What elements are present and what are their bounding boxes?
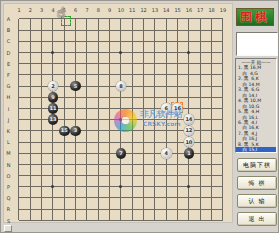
board-intersection-13F[interactable] xyxy=(149,69,160,80)
board-intersection-11G[interactable] xyxy=(127,81,138,92)
board-intersection-3R[interactable] xyxy=(36,204,47,215)
board-intersection-7Q[interactable] xyxy=(81,192,92,203)
board-intersection-8B[interactable] xyxy=(93,25,104,36)
board-intersection-1O[interactable] xyxy=(13,170,24,181)
board-intersection-9H[interactable] xyxy=(104,92,115,103)
board-intersection-13R[interactable] xyxy=(149,204,160,215)
board-intersection-17K[interactable] xyxy=(195,125,206,136)
board-intersection-16Q[interactable] xyxy=(183,192,194,203)
board-intersection-13E[interactable] xyxy=(149,58,160,69)
board-intersection-1R[interactable] xyxy=(13,204,24,215)
board-intersection-18P[interactable] xyxy=(206,181,217,192)
board-intersection-1N[interactable] xyxy=(13,159,24,170)
board-intersection-18L[interactable] xyxy=(206,136,217,147)
board-intersection-9F[interactable] xyxy=(104,69,115,80)
board-intersection-15C[interactable] xyxy=(172,36,183,47)
board-intersection-7R[interactable] xyxy=(81,204,92,215)
board-intersection-15L[interactable] xyxy=(172,136,183,147)
board-intersection-1I[interactable] xyxy=(13,103,24,114)
board-intersection-5M[interactable] xyxy=(59,148,70,159)
board-intersection-6N[interactable] xyxy=(70,159,81,170)
board-intersection-18G[interactable] xyxy=(206,81,217,92)
board-intersection-11D[interactable] xyxy=(127,47,138,58)
board-intersection-4D[interactable] xyxy=(47,47,58,58)
board-intersection-18M[interactable] xyxy=(206,148,217,159)
board-intersection-9M[interactable] xyxy=(104,148,115,159)
board-intersection-2F[interactable] xyxy=(25,69,36,80)
board-intersection-6E[interactable] xyxy=(70,58,81,69)
board-intersection-10N[interactable] xyxy=(115,159,126,170)
board-intersection-1F[interactable] xyxy=(13,69,24,80)
board-intersection-2C[interactable] xyxy=(25,36,36,47)
board-intersection-14A[interactable] xyxy=(161,13,172,24)
board-intersection-11C[interactable] xyxy=(127,36,138,47)
board-intersection-9E[interactable] xyxy=(104,58,115,69)
board-intersection-5N[interactable] xyxy=(59,159,70,170)
board-intersection-10G[interactable]: 8 xyxy=(115,81,126,92)
board-intersection-6H[interactable] xyxy=(70,92,81,103)
board-intersection-16K[interactable]: 12 xyxy=(183,125,194,136)
board-intersection-19N[interactable] xyxy=(217,159,228,170)
board-intersection-12H[interactable] xyxy=(138,92,149,103)
board-intersection-7G[interactable] xyxy=(81,81,92,92)
board-intersection-12G[interactable] xyxy=(138,81,149,92)
board-intersection-2I[interactable] xyxy=(25,103,36,114)
board-intersection-8A[interactable] xyxy=(93,13,104,24)
board-intersection-16L[interactable]: 10 xyxy=(183,136,194,147)
board-intersection-10Q[interactable] xyxy=(115,192,126,203)
board-intersection-14R[interactable] xyxy=(161,204,172,215)
board-intersection-10E[interactable] xyxy=(115,58,126,69)
board-intersection-6M[interactable] xyxy=(70,148,81,159)
board-intersection-12P[interactable] xyxy=(138,181,149,192)
board-intersection-8R[interactable] xyxy=(93,204,104,215)
board-intersection-12Q[interactable] xyxy=(138,192,149,203)
board-intersection-14L[interactable] xyxy=(161,136,172,147)
board-intersection-4H[interactable]: 9 xyxy=(47,92,58,103)
board-intersection-18D[interactable] xyxy=(206,47,217,58)
board-intersection-7D[interactable] xyxy=(81,47,92,58)
board-intersection-3G[interactable] xyxy=(36,81,47,92)
board-intersection-3O[interactable] xyxy=(36,170,47,181)
board-intersection-2R[interactable] xyxy=(25,204,36,215)
board-intersection-12C[interactable] xyxy=(138,36,149,47)
board-intersection-17C[interactable] xyxy=(195,36,206,47)
board-intersection-15M[interactable] xyxy=(172,148,183,159)
board-intersection-14M[interactable]: 4 xyxy=(161,148,172,159)
board-intersection-7I[interactable] xyxy=(81,103,92,114)
board-intersection-6K[interactable]: 3 xyxy=(70,125,81,136)
board-intersection-1E[interactable] xyxy=(13,58,24,69)
board-intersection-6L[interactable] xyxy=(70,136,81,147)
board-intersection-11B[interactable] xyxy=(127,25,138,36)
board-intersection-13Q[interactable] xyxy=(149,192,160,203)
board-intersection-5C[interactable] xyxy=(59,36,70,47)
board-intersection-9Q[interactable] xyxy=(104,192,115,203)
board-intersection-11M[interactable] xyxy=(127,148,138,159)
board-intersection-4K[interactable] xyxy=(47,125,58,136)
board-intersection-7E[interactable] xyxy=(81,58,92,69)
board-intersection-3N[interactable] xyxy=(36,159,47,170)
board-intersection-2G[interactable] xyxy=(25,81,36,92)
board-intersection-19I[interactable] xyxy=(217,103,228,114)
board-intersection-18B[interactable] xyxy=(206,25,217,36)
board-intersection-18H[interactable] xyxy=(206,92,217,103)
board-intersection-10O[interactable] xyxy=(115,170,126,181)
move-list[interactable]: ——开 始——1. 黑 16,M 白 4,G2. 黑 6,K 白 14,M3. … xyxy=(235,58,277,153)
board-intersection-13D[interactable] xyxy=(149,47,160,58)
board-intersection-6D[interactable] xyxy=(70,47,81,58)
board-intersection-19E[interactable] xyxy=(217,58,228,69)
board-intersection-12E[interactable] xyxy=(138,58,149,69)
board-intersection-12O[interactable] xyxy=(138,170,149,181)
board-intersection-19D[interactable] xyxy=(217,47,228,58)
board-intersection-13H[interactable] xyxy=(149,92,160,103)
board-intersection-2L[interactable] xyxy=(25,136,36,147)
board-intersection-11H[interactable] xyxy=(127,92,138,103)
board-intersection-12M[interactable] xyxy=(138,148,149,159)
board-intersection-18A[interactable] xyxy=(206,13,217,24)
board-intersection-8I[interactable] xyxy=(93,103,104,114)
board-intersection-9P[interactable] xyxy=(104,181,115,192)
board-intersection-17I[interactable] xyxy=(195,103,206,114)
board-intersection-11A[interactable] xyxy=(127,13,138,24)
board-intersection-10D[interactable] xyxy=(115,47,126,58)
board-intersection-13M[interactable] xyxy=(149,148,160,159)
board-intersection-12N[interactable] xyxy=(138,159,149,170)
board-intersection-11O[interactable] xyxy=(127,170,138,181)
board-intersection-8H[interactable] xyxy=(93,92,104,103)
board-intersection-6I[interactable] xyxy=(70,103,81,114)
board-intersection-10H[interactable] xyxy=(115,92,126,103)
board-intersection-19R[interactable] xyxy=(217,204,228,215)
board-intersection-15P[interactable] xyxy=(172,181,183,192)
board-intersection-9O[interactable] xyxy=(104,170,115,181)
board-intersection-17P[interactable] xyxy=(195,181,206,192)
board-intersection-2D[interactable] xyxy=(25,47,36,58)
board-intersection-16P[interactable] xyxy=(183,181,194,192)
board-intersection-7A[interactable] xyxy=(81,13,92,24)
board-intersection-15A[interactable] xyxy=(172,13,183,24)
board-intersection-2K[interactable] xyxy=(25,125,36,136)
board-intersection-15D[interactable] xyxy=(172,47,183,58)
board-intersection-7L[interactable] xyxy=(81,136,92,147)
board-intersection-5O[interactable] xyxy=(59,170,70,181)
board-intersection-5Q[interactable] xyxy=(59,192,70,203)
board-intersection-19H[interactable] xyxy=(217,92,228,103)
board-intersection-17H[interactable] xyxy=(195,92,206,103)
board-intersection-4C[interactable] xyxy=(47,36,58,47)
board-intersection-17J[interactable] xyxy=(195,114,206,125)
board-intersection-8D[interactable] xyxy=(93,47,104,58)
board-intersection-16A[interactable] xyxy=(183,13,194,24)
exit-button[interactable]: 退 出 xyxy=(237,212,277,226)
board-intersection-19P[interactable] xyxy=(217,181,228,192)
board-intersection-1P[interactable] xyxy=(13,181,24,192)
board-intersection-7N[interactable] xyxy=(81,159,92,170)
board-intersection-13B[interactable] xyxy=(149,25,160,36)
board-intersection-8O[interactable] xyxy=(93,170,104,181)
board-intersection-10C[interactable] xyxy=(115,36,126,47)
board-intersection-12F[interactable] xyxy=(138,69,149,80)
board-intersection-14D[interactable] xyxy=(161,47,172,58)
board-intersection-8L[interactable] xyxy=(93,136,104,147)
board-intersection-2O[interactable] xyxy=(25,170,36,181)
board-intersection-1C[interactable] xyxy=(13,36,24,47)
board-intersection-5K[interactable]: 15 xyxy=(59,125,70,136)
board-intersection-9D[interactable] xyxy=(104,47,115,58)
board-intersection-8Q[interactable] xyxy=(93,192,104,203)
board-intersection-10P[interactable] xyxy=(115,181,126,192)
board-intersection-3L[interactable] xyxy=(36,136,47,147)
board-intersection-14E[interactable] xyxy=(161,58,172,69)
board-intersection-18F[interactable] xyxy=(206,69,217,80)
board-intersection-14F[interactable] xyxy=(161,69,172,80)
board-intersection-12R[interactable] xyxy=(138,204,149,215)
board-intersection-16R[interactable] xyxy=(183,204,194,215)
board-intersection-1Q[interactable] xyxy=(13,192,24,203)
board-intersection-19A[interactable] xyxy=(217,13,228,24)
board-intersection-4P[interactable] xyxy=(47,181,58,192)
board-intersection-4J[interactable]: 13 xyxy=(47,114,58,125)
board-intersection-9C[interactable] xyxy=(104,36,115,47)
board-intersection-2E[interactable] xyxy=(25,58,36,69)
board-intersection-10B[interactable] xyxy=(115,25,126,36)
board-intersection-3H[interactable] xyxy=(36,92,47,103)
board-intersection-8J[interactable] xyxy=(93,114,104,125)
board-intersection-6Q[interactable] xyxy=(70,192,81,203)
board-intersection-16I[interactable] xyxy=(183,103,194,114)
board-intersection-8K[interactable] xyxy=(93,125,104,136)
move-list-item[interactable]: 白 15,I xyxy=(236,147,276,152)
board-intersection-18J[interactable] xyxy=(206,114,217,125)
board-intersection-18N[interactable] xyxy=(206,159,217,170)
board-intersection-6C[interactable] xyxy=(70,36,81,47)
board-intersection-16B[interactable] xyxy=(183,25,194,36)
board-intersection-13L[interactable] xyxy=(149,136,160,147)
board-intersection-1M[interactable] xyxy=(13,148,24,159)
board-intersection-18C[interactable] xyxy=(206,36,217,47)
board-intersection-6P[interactable] xyxy=(70,181,81,192)
board-intersection-19Q[interactable] xyxy=(217,192,228,203)
board-intersection-5R[interactable] xyxy=(59,204,70,215)
board-intersection-10A[interactable] xyxy=(115,13,126,24)
board-intersection-16H[interactable] xyxy=(183,92,194,103)
board-intersection-9N[interactable] xyxy=(104,159,115,170)
board-intersection-14G[interactable] xyxy=(161,81,172,92)
board-intersection-4F[interactable] xyxy=(47,69,58,80)
board-intersection-3M[interactable] xyxy=(36,148,47,159)
board-intersection-6G[interactable]: 5 xyxy=(70,81,81,92)
computer-move-button[interactable]: 电脑下棋 xyxy=(237,158,277,172)
board-intersection-8M[interactable] xyxy=(93,148,104,159)
board-intersection-15R[interactable] xyxy=(172,204,183,215)
board-intersection-11F[interactable] xyxy=(127,69,138,80)
board-intersection-15E[interactable] xyxy=(172,58,183,69)
board-intersection-18R[interactable] xyxy=(206,204,217,215)
board-intersection-1J[interactable] xyxy=(13,114,24,125)
board-intersection-15O[interactable] xyxy=(172,170,183,181)
board-intersection-18Q[interactable] xyxy=(206,192,217,203)
board-intersection-16E[interactable] xyxy=(183,58,194,69)
board-intersection-2Q[interactable] xyxy=(25,192,36,203)
board-intersection-17A[interactable] xyxy=(195,13,206,24)
board-intersection-10F[interactable] xyxy=(115,69,126,80)
board-intersection-4M[interactable] xyxy=(47,148,58,159)
board-intersection-3F[interactable] xyxy=(36,69,47,80)
board-intersection-4E[interactable] xyxy=(47,58,58,69)
board-intersection-17N[interactable] xyxy=(195,159,206,170)
board-intersection-7H[interactable] xyxy=(81,92,92,103)
board-intersection-11L[interactable] xyxy=(127,136,138,147)
board-intersection-6R[interactable] xyxy=(70,204,81,215)
board-intersection-15N[interactable] xyxy=(172,159,183,170)
board-intersection-3A[interactable] xyxy=(36,13,47,24)
board-intersection-13N[interactable] xyxy=(149,159,160,170)
board-intersection-6B[interactable] xyxy=(70,25,81,36)
board-intersection-1K[interactable] xyxy=(13,125,24,136)
board-intersection-10L[interactable] xyxy=(115,136,126,147)
board-intersection-5H[interactable] xyxy=(59,92,70,103)
board-intersection-5F[interactable] xyxy=(59,69,70,80)
board-intersection-11P[interactable] xyxy=(127,181,138,192)
board-intersection-3I[interactable] xyxy=(36,103,47,114)
board-intersection-19C[interactable] xyxy=(217,36,228,47)
board-intersection-9I[interactable] xyxy=(104,103,115,114)
board-intersection-2H[interactable] xyxy=(25,92,36,103)
board-intersection-5L[interactable] xyxy=(59,136,70,147)
board-intersection-1A[interactable] xyxy=(13,13,24,24)
board-intersection-14Q[interactable] xyxy=(161,192,172,203)
board-intersection-10M[interactable]: 7 xyxy=(115,148,126,159)
board-intersection-12D[interactable] xyxy=(138,47,149,58)
board-intersection-2N[interactable] xyxy=(25,159,36,170)
board-intersection-9G[interactable] xyxy=(104,81,115,92)
board-intersection-8F[interactable] xyxy=(93,69,104,80)
board-intersection-14B[interactable] xyxy=(161,25,172,36)
board-intersection-19O[interactable] xyxy=(217,170,228,181)
board-intersection-3K[interactable] xyxy=(36,125,47,136)
resign-button[interactable]: 认 输 xyxy=(237,194,277,208)
board-intersection-3Q[interactable] xyxy=(36,192,47,203)
board-intersection-4O[interactable] xyxy=(47,170,58,181)
board-intersection-19J[interactable] xyxy=(217,114,228,125)
board-intersection-16F[interactable] xyxy=(183,69,194,80)
board-intersection-1D[interactable] xyxy=(13,47,24,58)
board-intersection-3E[interactable] xyxy=(36,58,47,69)
board-intersection-4B[interactable] xyxy=(47,25,58,36)
board-intersection-16O[interactable] xyxy=(183,170,194,181)
board-intersection-9A[interactable] xyxy=(104,13,115,24)
board-intersection-19M[interactable] xyxy=(217,148,228,159)
board-intersection-5G[interactable] xyxy=(59,81,70,92)
board-intersection-13G[interactable] xyxy=(149,81,160,92)
board-intersection-8G[interactable] xyxy=(93,81,104,92)
board-intersection-3J[interactable] xyxy=(36,114,47,125)
board-intersection-16M[interactable]: 1 xyxy=(183,148,194,159)
board-intersection-6J[interactable] xyxy=(70,114,81,125)
board-intersection-13O[interactable] xyxy=(149,170,160,181)
board-intersection-5J[interactable] xyxy=(59,114,70,125)
board-intersection-7J[interactable] xyxy=(81,114,92,125)
board-intersection-16D[interactable] xyxy=(183,47,194,58)
board-intersection-7K[interactable] xyxy=(81,125,92,136)
board-intersection-6F[interactable] xyxy=(70,69,81,80)
board-intersection-14N[interactable] xyxy=(161,159,172,170)
board-intersection-15G[interactable] xyxy=(172,81,183,92)
board-intersection-4I[interactable]: 11 xyxy=(47,103,58,114)
board-intersection-1L[interactable] xyxy=(13,136,24,147)
board-intersection-17Q[interactable] xyxy=(195,192,206,203)
board-intersection-7O[interactable] xyxy=(81,170,92,181)
board-intersection-18I[interactable] xyxy=(206,103,217,114)
board-intersection-2B[interactable] xyxy=(25,25,36,36)
board-intersection-17M[interactable] xyxy=(195,148,206,159)
board-intersection-14P[interactable] xyxy=(161,181,172,192)
board-intersection-17B[interactable] xyxy=(195,25,206,36)
board-intersection-17O[interactable] xyxy=(195,170,206,181)
board-intersection-14O[interactable] xyxy=(161,170,172,181)
board-intersection-19L[interactable] xyxy=(217,136,228,147)
board-intersection-11R[interactable] xyxy=(127,204,138,215)
board-intersection-7P[interactable] xyxy=(81,181,92,192)
board-intersection-4G[interactable]: 2 xyxy=(47,81,58,92)
board-intersection-18K[interactable] xyxy=(206,125,217,136)
board-intersection-8P[interactable] xyxy=(93,181,104,192)
board-intersection-16C[interactable] xyxy=(183,36,194,47)
board-intersection-2M[interactable] xyxy=(25,148,36,159)
board-intersection-3D[interactable] xyxy=(36,47,47,58)
board-intersection-17G[interactable] xyxy=(195,81,206,92)
board-intersection-7B[interactable] xyxy=(81,25,92,36)
board-intersection-17D[interactable] xyxy=(195,47,206,58)
board-intersection-18E[interactable] xyxy=(206,58,217,69)
board-intersection-17E[interactable] xyxy=(195,58,206,69)
board-intersection-3B[interactable] xyxy=(36,25,47,36)
board-intersection-17R[interactable] xyxy=(195,204,206,215)
board-intersection-3P[interactable] xyxy=(36,181,47,192)
board-intersection-11E[interactable] xyxy=(127,58,138,69)
board-intersection-4L[interactable] xyxy=(47,136,58,147)
board-intersection-11N[interactable] xyxy=(127,159,138,170)
board-intersection-19B[interactable] xyxy=(217,25,228,36)
board-intersection-9K[interactable] xyxy=(104,125,115,136)
board-intersection-5P[interactable] xyxy=(59,181,70,192)
board-intersection-1B[interactable] xyxy=(13,25,24,36)
undo-button[interactable]: 悔 棋 xyxy=(237,176,277,190)
board-intersection-8E[interactable] xyxy=(93,58,104,69)
board-intersection-14C[interactable] xyxy=(161,36,172,47)
board-intersection-9R[interactable] xyxy=(104,204,115,215)
board-intersection-12L[interactable] xyxy=(138,136,149,147)
board-intersection-8C[interactable] xyxy=(93,36,104,47)
board-intersection-4Q[interactable] xyxy=(47,192,58,203)
board-intersection-6O[interactable] xyxy=(70,170,81,181)
board-intersection-7M[interactable] xyxy=(81,148,92,159)
board-intersection-5I[interactable] xyxy=(59,103,70,114)
board-intersection-9L[interactable] xyxy=(104,136,115,147)
board-intersection-6A[interactable] xyxy=(70,13,81,24)
board-intersection-5D[interactable] xyxy=(59,47,70,58)
board-intersection-17L[interactable] xyxy=(195,136,206,147)
board-intersection-16G[interactable] xyxy=(183,81,194,92)
board-intersection-4R[interactable] xyxy=(47,204,58,215)
board-intersection-2J[interactable] xyxy=(25,114,36,125)
board-intersection-12A[interactable] xyxy=(138,13,149,24)
board-intersection-7C[interactable] xyxy=(81,36,92,47)
board-intersection-19G[interactable] xyxy=(217,81,228,92)
board-intersection-11Q[interactable] xyxy=(127,192,138,203)
